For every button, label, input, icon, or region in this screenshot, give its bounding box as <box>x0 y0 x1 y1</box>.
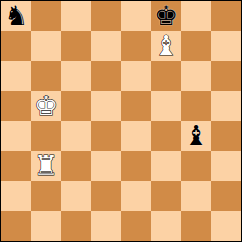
square-c6[interactable] <box>61 61 91 91</box>
square-b8[interactable] <box>31 1 61 31</box>
square-d5[interactable] <box>91 91 121 121</box>
square-g6[interactable] <box>181 61 211 91</box>
square-e4[interactable] <box>121 121 151 151</box>
square-f5[interactable] <box>151 91 181 121</box>
square-f8[interactable]: ♚ <box>151 1 181 31</box>
square-d2[interactable] <box>91 181 121 211</box>
white-king: ♚ <box>34 91 58 121</box>
square-d7[interactable] <box>91 31 121 61</box>
square-d8[interactable] <box>91 1 121 31</box>
square-b1[interactable] <box>31 211 61 241</box>
square-d1[interactable] <box>91 211 121 241</box>
square-f6[interactable] <box>151 61 181 91</box>
square-e8[interactable] <box>121 1 151 31</box>
square-e3[interactable] <box>121 151 151 181</box>
square-f2[interactable] <box>151 181 181 211</box>
square-f7[interactable]: ♝ <box>151 31 181 61</box>
square-g2[interactable] <box>181 181 211 211</box>
square-g4[interactable]: ♝ <box>181 121 211 151</box>
square-h4[interactable] <box>211 121 241 151</box>
square-d4[interactable] <box>91 121 121 151</box>
square-h7[interactable] <box>211 31 241 61</box>
white-rook: ♜ <box>34 151 58 181</box>
chess-board: ♞♚♝♚♝♜ <box>0 0 242 242</box>
square-h8[interactable] <box>211 1 241 31</box>
square-a8[interactable]: ♞ <box>1 1 31 31</box>
square-b5[interactable]: ♚ <box>31 91 61 121</box>
square-e2[interactable] <box>121 181 151 211</box>
square-a4[interactable] <box>1 121 31 151</box>
white-bishop: ♝ <box>154 31 178 61</box>
square-c4[interactable] <box>61 121 91 151</box>
square-b6[interactable] <box>31 61 61 91</box>
square-c5[interactable] <box>61 91 91 121</box>
black-knight: ♞ <box>4 1 28 31</box>
square-h6[interactable] <box>211 61 241 91</box>
square-f4[interactable] <box>151 121 181 151</box>
black-king: ♚ <box>154 1 178 31</box>
square-f1[interactable] <box>151 211 181 241</box>
square-f3[interactable] <box>151 151 181 181</box>
square-e5[interactable] <box>121 91 151 121</box>
square-g5[interactable] <box>181 91 211 121</box>
square-a6[interactable] <box>1 61 31 91</box>
square-h1[interactable] <box>211 211 241 241</box>
square-a1[interactable] <box>1 211 31 241</box>
square-c8[interactable] <box>61 1 91 31</box>
square-b3[interactable]: ♜ <box>31 151 61 181</box>
square-c3[interactable] <box>61 151 91 181</box>
square-a5[interactable] <box>1 91 31 121</box>
square-b7[interactable] <box>31 31 61 61</box>
square-h5[interactable] <box>211 91 241 121</box>
square-g8[interactable] <box>181 1 211 31</box>
square-d6[interactable] <box>91 61 121 91</box>
square-e6[interactable] <box>121 61 151 91</box>
black-bishop: ♝ <box>184 121 208 151</box>
square-g7[interactable] <box>181 31 211 61</box>
square-c7[interactable] <box>61 31 91 61</box>
square-c1[interactable] <box>61 211 91 241</box>
square-h2[interactable] <box>211 181 241 211</box>
square-e7[interactable] <box>121 31 151 61</box>
square-e1[interactable] <box>121 211 151 241</box>
square-b2[interactable] <box>31 181 61 211</box>
square-c2[interactable] <box>61 181 91 211</box>
square-g1[interactable] <box>181 211 211 241</box>
square-h3[interactable] <box>211 151 241 181</box>
square-b4[interactable] <box>31 121 61 151</box>
square-g3[interactable] <box>181 151 211 181</box>
square-a3[interactable] <box>1 151 31 181</box>
square-d3[interactable] <box>91 151 121 181</box>
square-a2[interactable] <box>1 181 31 211</box>
square-a7[interactable] <box>1 31 31 61</box>
